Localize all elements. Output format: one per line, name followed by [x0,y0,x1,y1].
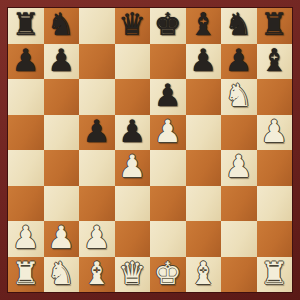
square-b2[interactable]: ♟ [44,221,80,257]
square-a8[interactable]: ♜ [8,8,44,44]
piece-white-pawn[interactable]: ♟ [118,151,146,182]
square-b5[interactable] [44,115,80,151]
piece-white-rook[interactable]: ♜ [260,258,288,289]
square-c2[interactable]: ♟ [79,221,115,257]
piece-black-queen[interactable]: ♛ [118,9,146,40]
square-d4[interactable]: ♟ [115,150,151,186]
square-a1[interactable]: ♜ [8,257,44,293]
piece-black-pawn[interactable]: ♟ [154,80,182,111]
square-g6[interactable]: ♞ [221,79,257,115]
square-e7[interactable] [150,44,186,80]
piece-white-king[interactable]: ♚ [154,258,182,289]
square-b4[interactable] [44,150,80,186]
square-e8[interactable]: ♚ [150,8,186,44]
square-f1[interactable]: ♝ [186,257,222,293]
square-d1[interactable]: ♛ [115,257,151,293]
square-a5[interactable] [8,115,44,151]
square-d2[interactable] [115,221,151,257]
square-e5[interactable]: ♟ [150,115,186,151]
square-a4[interactable] [8,150,44,186]
square-e4[interactable] [150,150,186,186]
square-b1[interactable]: ♞ [44,257,80,293]
piece-white-knight[interactable]: ♞ [47,258,75,289]
square-h4[interactable] [257,150,293,186]
square-g2[interactable] [221,221,257,257]
piece-black-knight[interactable]: ♞ [47,9,75,40]
piece-black-pawn[interactable]: ♟ [12,45,40,76]
piece-white-pawn[interactable]: ♟ [225,151,253,182]
square-f7[interactable]: ♟ [186,44,222,80]
square-f6[interactable] [186,79,222,115]
square-c4[interactable] [79,150,115,186]
piece-white-pawn[interactable]: ♟ [83,222,111,253]
square-d7[interactable] [115,44,151,80]
square-c7[interactable] [79,44,115,80]
piece-black-knight[interactable]: ♞ [225,9,253,40]
square-c6[interactable] [79,79,115,115]
chess-board: ♜♞♛♚♝♞♜♟♟♟♟♝♟♞♟♟♟♟♟♟♟♟♟♜♞♝♛♚♝♜ [7,7,293,293]
square-e2[interactable] [150,221,186,257]
square-g8[interactable]: ♞ [221,8,257,44]
square-d3[interactable] [115,186,151,222]
piece-white-pawn[interactable]: ♟ [12,222,40,253]
piece-black-pawn[interactable]: ♟ [225,45,253,76]
square-e3[interactable] [150,186,186,222]
square-g4[interactable]: ♟ [221,150,257,186]
square-h1[interactable]: ♜ [257,257,293,293]
square-c1[interactable]: ♝ [79,257,115,293]
square-h5[interactable]: ♟ [257,115,293,151]
piece-black-pawn[interactable]: ♟ [47,45,75,76]
square-g3[interactable] [221,186,257,222]
square-b6[interactable] [44,79,80,115]
square-h3[interactable] [257,186,293,222]
square-g1[interactable] [221,257,257,293]
piece-black-rook[interactable]: ♜ [12,9,40,40]
square-g5[interactable] [221,115,257,151]
piece-white-bishop[interactable]: ♝ [189,258,217,289]
square-a6[interactable] [8,79,44,115]
piece-black-pawn[interactable]: ♟ [83,116,111,147]
square-f8[interactable]: ♝ [186,8,222,44]
square-d6[interactable] [115,79,151,115]
square-b3[interactable] [44,186,80,222]
square-e1[interactable]: ♚ [150,257,186,293]
piece-black-king[interactable]: ♚ [154,9,182,40]
piece-white-bishop[interactable]: ♝ [83,258,111,289]
piece-white-rook[interactable]: ♜ [12,258,40,289]
square-f3[interactable] [186,186,222,222]
piece-black-bishop[interactable]: ♝ [189,9,217,40]
square-c8[interactable] [79,8,115,44]
square-c3[interactable] [79,186,115,222]
square-h6[interactable] [257,79,293,115]
piece-black-rook[interactable]: ♜ [260,9,288,40]
piece-black-bishop[interactable]: ♝ [260,45,288,76]
square-h7[interactable]: ♝ [257,44,293,80]
piece-black-pawn[interactable]: ♟ [118,116,146,147]
piece-white-pawn[interactable]: ♟ [47,222,75,253]
square-d8[interactable]: ♛ [115,8,151,44]
piece-white-queen[interactable]: ♛ [118,258,146,289]
square-b7[interactable]: ♟ [44,44,80,80]
square-a7[interactable]: ♟ [8,44,44,80]
square-d5[interactable]: ♟ [115,115,151,151]
square-f4[interactable] [186,150,222,186]
chess-board-frame: ♜♞♛♚♝♞♜♟♟♟♟♝♟♞♟♟♟♟♟♟♟♟♟♜♞♝♛♚♝♜ [0,0,300,300]
square-b8[interactable]: ♞ [44,8,80,44]
piece-black-pawn[interactable]: ♟ [189,45,217,76]
square-a2[interactable]: ♟ [8,221,44,257]
piece-white-pawn[interactable]: ♟ [260,116,288,147]
square-h8[interactable]: ♜ [257,8,293,44]
square-g7[interactable]: ♟ [221,44,257,80]
square-f5[interactable] [186,115,222,151]
piece-white-pawn[interactable]: ♟ [154,116,182,147]
square-a3[interactable] [8,186,44,222]
piece-white-knight[interactable]: ♞ [225,80,253,111]
square-e6[interactable]: ♟ [150,79,186,115]
square-f2[interactable] [186,221,222,257]
square-c5[interactable]: ♟ [79,115,115,151]
square-h2[interactable] [257,221,293,257]
